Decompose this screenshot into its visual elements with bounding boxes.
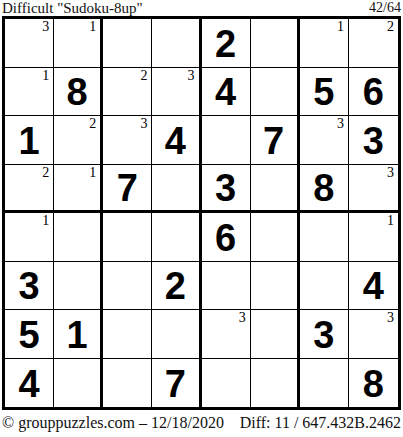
given-digit: 7: [117, 167, 138, 207]
cell-r8c6[interactable]: [251, 359, 300, 408]
corner-mark: 1: [89, 19, 96, 34]
cell-r5c8[interactable]: 1: [349, 213, 398, 262]
given-digit: 6: [215, 217, 236, 257]
cell-r7c3[interactable]: [103, 310, 152, 359]
cell-r4c7[interactable]: 8: [300, 165, 349, 214]
cell-r3c3[interactable]: 3: [103, 116, 152, 165]
cell-r6c8[interactable]: 4: [349, 262, 398, 311]
corner-mark: 2: [89, 116, 96, 131]
cell-r1c1[interactable]: 3: [5, 19, 54, 68]
cell-r8c1[interactable]: 4: [5, 359, 54, 408]
cell-r4c3[interactable]: 7: [103, 165, 152, 214]
corner-mark: 3: [188, 68, 195, 83]
cell-r8c3[interactable]: [103, 359, 152, 408]
footer: © grouppuzzles.com – 12/18/2020 Diff: 11…: [0, 410, 403, 432]
corner-mark: 2: [140, 68, 147, 83]
puzzle-title: Difficult "Sudoku-8up": [2, 0, 143, 16]
cell-r5c7[interactable]: [300, 213, 349, 262]
cell-r3c5[interactable]: [202, 116, 251, 165]
cell-r5c2[interactable]: [54, 213, 103, 262]
cell-r7c5[interactable]: 3: [202, 310, 251, 359]
cell-r5c1[interactable]: 1: [5, 213, 54, 262]
cell-r8c8[interactable]: 8: [349, 359, 398, 408]
cell-r3c6[interactable]: 7: [251, 116, 300, 165]
cell-r8c2[interactable]: [54, 359, 103, 408]
corner-mark: 1: [337, 19, 344, 34]
cell-r2c6[interactable]: [251, 68, 300, 117]
corner-mark: 3: [140, 116, 147, 131]
given-digit: 4: [363, 265, 384, 305]
cell-r5c6[interactable]: [251, 213, 300, 262]
given-digit: 7: [263, 120, 284, 160]
given-digit: 4: [215, 71, 236, 111]
given-digit: 2: [165, 265, 186, 305]
cell-r7c6[interactable]: [251, 310, 300, 359]
corner-mark: 3: [387, 165, 394, 180]
cell-r8c4[interactable]: 7: [152, 359, 201, 408]
given-digit: 3: [363, 120, 384, 160]
cell-r7c1[interactable]: 5: [5, 310, 54, 359]
corner-mark: 3: [239, 310, 246, 325]
cell-r6c5[interactable]: [202, 262, 251, 311]
cell-r1c3[interactable]: [103, 19, 152, 68]
cell-r2c8[interactable]: 6: [349, 68, 398, 117]
cell-r4c1[interactable]: 2: [5, 165, 54, 214]
given-digit: 1: [67, 314, 88, 354]
cell-r2c2[interactable]: 8: [54, 68, 103, 117]
corner-mark: 3: [387, 310, 394, 325]
progress-counter: 42/64: [369, 0, 401, 16]
cell-r2c5[interactable]: 4: [202, 68, 251, 117]
cell-r3c4[interactable]: 4: [152, 116, 201, 165]
cell-r2c3[interactable]: 2: [103, 68, 152, 117]
cell-r3c8[interactable]: 3: [349, 116, 398, 165]
given-digit: 6: [363, 71, 384, 111]
cell-r4c5[interactable]: 3: [202, 165, 251, 214]
cell-r1c7[interactable]: 1: [300, 19, 349, 68]
corner-mark: 1: [42, 68, 49, 83]
cell-r1c2[interactable]: 1: [54, 19, 103, 68]
cell-r3c2[interactable]: 2: [54, 116, 103, 165]
corner-mark: 1: [387, 213, 394, 228]
cell-r4c4[interactable]: [152, 165, 201, 214]
given-digit: 7: [165, 363, 186, 403]
corner-mark: 2: [42, 165, 49, 180]
given-digit: 3: [18, 265, 39, 305]
given-digit: 4: [165, 120, 186, 160]
puzzle-page: Difficult "Sudoku-8up" 42/64 31212182345…: [0, 0, 403, 437]
cell-r1c5[interactable]: 2: [202, 19, 251, 68]
cell-r6c1[interactable]: 3: [5, 262, 54, 311]
given-digit: 8: [67, 71, 88, 111]
cell-r7c7[interactable]: 3: [300, 310, 349, 359]
given-digit: 3: [215, 167, 236, 207]
cell-r2c1[interactable]: 1: [5, 68, 54, 117]
cell-r7c2[interactable]: 1: [54, 310, 103, 359]
corner-mark: 2: [387, 19, 394, 34]
given-digit: 5: [313, 71, 334, 111]
cell-r5c3[interactable]: [103, 213, 152, 262]
cell-r3c1[interactable]: 1: [5, 116, 54, 165]
copyright-text: © grouppuzzles.com – 12/18/2020: [2, 414, 224, 432]
cell-r4c6[interactable]: [251, 165, 300, 214]
cell-r7c4[interactable]: [152, 310, 201, 359]
cell-r6c6[interactable]: [251, 262, 300, 311]
cell-r6c4[interactable]: 2: [152, 262, 201, 311]
cell-r7c8[interactable]: 3: [349, 310, 398, 359]
cell-r6c7[interactable]: [300, 262, 349, 311]
cell-r5c5[interactable]: 6: [202, 213, 251, 262]
difficulty-text: Diff: 11 / 647.432B.2462: [240, 414, 401, 432]
cell-r4c8[interactable]: 3: [349, 165, 398, 214]
cell-r8c5[interactable]: [202, 359, 251, 408]
corner-mark: 3: [337, 116, 344, 131]
cell-r1c6[interactable]: [251, 19, 300, 68]
given-digit: 8: [313, 167, 334, 207]
cell-r6c3[interactable]: [103, 262, 152, 311]
corner-mark: 3: [42, 19, 49, 34]
corner-mark: 1: [42, 213, 49, 228]
given-digit: 3: [313, 314, 334, 354]
cell-r3c7[interactable]: 3: [300, 116, 349, 165]
given-digit: 2: [215, 23, 236, 63]
sudoku-board: 312121823456123473321738316132451333478: [2, 16, 401, 410]
corner-mark: 1: [89, 165, 96, 180]
given-digit: 5: [18, 314, 39, 354]
given-digit: 1: [18, 120, 39, 160]
header: Difficult "Sudoku-8up" 42/64: [0, 0, 403, 16]
cell-r1c4[interactable]: [152, 19, 201, 68]
cell-r6c2[interactable]: [54, 262, 103, 311]
cell-r2c7[interactable]: 5: [300, 68, 349, 117]
cell-r2c4[interactable]: 3: [152, 68, 201, 117]
cell-r4c2[interactable]: 1: [54, 165, 103, 214]
cell-r8c7[interactable]: [300, 359, 349, 408]
cell-r1c8[interactable]: 2: [349, 19, 398, 68]
given-digit: 8: [363, 363, 384, 403]
cell-r5c4[interactable]: [152, 213, 201, 262]
given-digit: 4: [18, 363, 39, 403]
